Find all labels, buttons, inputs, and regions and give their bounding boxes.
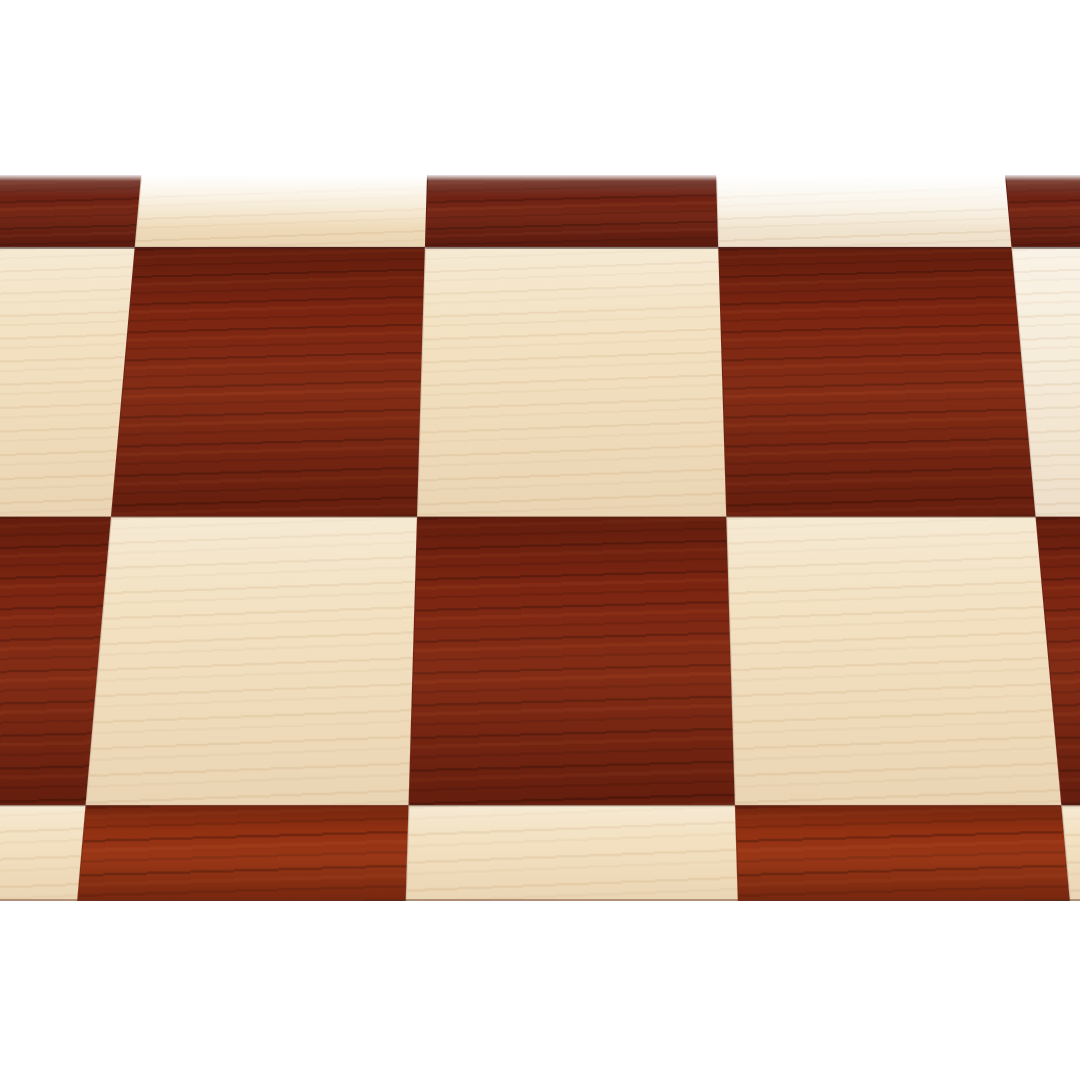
- square-r4c1-light[interactable]: [0, 805, 86, 901]
- square-r4c4-dark[interactable]: [735, 805, 1070, 901]
- chessboard-grid: [0, 175, 1080, 901]
- square-r1c5-dark[interactable]: [1005, 175, 1080, 247]
- square-r3c3-dark[interactable]: [409, 517, 735, 805]
- photo-canvas: [0, 0, 1080, 1080]
- square-r1c3-dark[interactable]: [425, 175, 718, 247]
- square-r1c4-light[interactable]: [716, 175, 1011, 247]
- square-r1c2-light[interactable]: [135, 175, 427, 247]
- chessboard: [0, 175, 1080, 901]
- square-r2c3-light[interactable]: [417, 247, 726, 517]
- square-r2c4-dark[interactable]: [718, 247, 1035, 517]
- square-r3c2-light[interactable]: [86, 517, 417, 805]
- square-r4c3-light[interactable]: [406, 805, 738, 901]
- square-r3c4-light[interactable]: [726, 517, 1061, 805]
- square-r4c2-dark[interactable]: [77, 805, 409, 901]
- square-r2c2-dark[interactable]: [111, 247, 425, 517]
- square-r1c1-dark[interactable]: [0, 175, 141, 247]
